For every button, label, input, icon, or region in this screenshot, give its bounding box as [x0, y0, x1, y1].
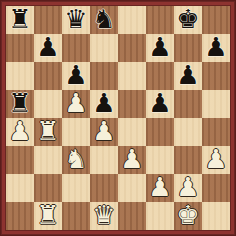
square-f5[interactable]: ♟	[146, 90, 174, 118]
square-h1[interactable]	[202, 202, 230, 230]
black-pawn-b7: ♟	[36, 34, 59, 61]
square-c1[interactable]	[62, 202, 90, 230]
square-c6[interactable]: ♟	[62, 62, 90, 90]
square-g7[interactable]	[174, 34, 202, 62]
white-pawn-f2: ♟	[148, 174, 171, 201]
square-b7[interactable]: ♟	[34, 34, 62, 62]
square-f8[interactable]	[146, 6, 174, 34]
square-f6[interactable]	[146, 62, 174, 90]
square-f7[interactable]: ♟	[146, 34, 174, 62]
square-d3[interactable]	[90, 146, 118, 174]
white-pawn-d4: ♟	[92, 118, 115, 145]
square-d4[interactable]: ♟	[90, 118, 118, 146]
square-a4[interactable]: ♟	[6, 118, 34, 146]
square-e5[interactable]	[118, 90, 146, 118]
square-a6[interactable]	[6, 62, 34, 90]
chess-board-frame: ♜♛♞♚♟♟♟♟♟♜♟♟♟♟♜♟♞♟♟♟♟♜♛♚	[0, 0, 236, 236]
white-king-g1: ♚	[176, 202, 199, 229]
square-d2[interactable]	[90, 174, 118, 202]
white-pawn-g2: ♟	[176, 174, 199, 201]
square-g5[interactable]	[174, 90, 202, 118]
square-b2[interactable]	[34, 174, 62, 202]
square-e1[interactable]	[118, 202, 146, 230]
square-a8[interactable]: ♜	[6, 6, 34, 34]
square-g6[interactable]: ♟	[174, 62, 202, 90]
square-a3[interactable]	[6, 146, 34, 174]
square-f1[interactable]	[146, 202, 174, 230]
square-g2[interactable]: ♟	[174, 174, 202, 202]
square-b4[interactable]: ♜	[34, 118, 62, 146]
white-pawn-h3: ♟	[204, 146, 227, 173]
chess-board: ♜♛♞♚♟♟♟♟♟♜♟♟♟♟♜♟♞♟♟♟♟♜♛♚	[6, 6, 230, 230]
square-e8[interactable]	[118, 6, 146, 34]
square-c7[interactable]	[62, 34, 90, 62]
square-c3[interactable]: ♞	[62, 146, 90, 174]
square-g8[interactable]: ♚	[174, 6, 202, 34]
square-a7[interactable]	[6, 34, 34, 62]
black-rook-a5: ♜	[8, 90, 31, 117]
white-pawn-c5: ♟	[64, 90, 87, 117]
square-a2[interactable]	[6, 174, 34, 202]
square-h2[interactable]	[202, 174, 230, 202]
black-pawn-h7: ♟	[204, 34, 227, 61]
square-e3[interactable]: ♟	[118, 146, 146, 174]
black-king-g8: ♚	[176, 6, 199, 33]
square-a5[interactable]: ♜	[6, 90, 34, 118]
square-c4[interactable]	[62, 118, 90, 146]
white-knight-c3: ♞	[64, 146, 87, 173]
white-pawn-a4: ♟	[8, 118, 31, 145]
white-rook-b4: ♜	[36, 118, 59, 145]
black-pawn-c6: ♟	[64, 62, 87, 89]
black-rook-a8: ♜	[8, 6, 31, 33]
white-queen-d1: ♛	[92, 202, 115, 229]
square-d7[interactable]	[90, 34, 118, 62]
square-e4[interactable]	[118, 118, 146, 146]
square-g1[interactable]: ♚	[174, 202, 202, 230]
square-h6[interactable]	[202, 62, 230, 90]
square-b8[interactable]	[34, 6, 62, 34]
square-b5[interactable]	[34, 90, 62, 118]
square-d1[interactable]: ♛	[90, 202, 118, 230]
square-a1[interactable]	[6, 202, 34, 230]
square-h3[interactable]: ♟	[202, 146, 230, 174]
square-e2[interactable]	[118, 174, 146, 202]
square-d6[interactable]	[90, 62, 118, 90]
square-h4[interactable]	[202, 118, 230, 146]
black-pawn-f7: ♟	[148, 34, 171, 61]
black-pawn-g6: ♟	[176, 62, 199, 89]
square-h5[interactable]	[202, 90, 230, 118]
square-f2[interactable]: ♟	[146, 174, 174, 202]
black-pawn-d5: ♟	[92, 90, 115, 117]
square-g3[interactable]	[174, 146, 202, 174]
square-c2[interactable]	[62, 174, 90, 202]
square-h7[interactable]: ♟	[202, 34, 230, 62]
square-g4[interactable]	[174, 118, 202, 146]
square-c5[interactable]: ♟	[62, 90, 90, 118]
square-d8[interactable]: ♞	[90, 6, 118, 34]
square-c8[interactable]: ♛	[62, 6, 90, 34]
black-knight-d8: ♞	[92, 6, 115, 33]
black-queen-c8: ♛	[64, 6, 87, 33]
white-rook-b1: ♜	[36, 202, 59, 229]
square-h8[interactable]	[202, 6, 230, 34]
square-b6[interactable]	[34, 62, 62, 90]
square-d5[interactable]: ♟	[90, 90, 118, 118]
square-e6[interactable]	[118, 62, 146, 90]
square-f4[interactable]	[146, 118, 174, 146]
white-pawn-e3: ♟	[120, 146, 143, 173]
square-b3[interactable]	[34, 146, 62, 174]
square-e7[interactable]	[118, 34, 146, 62]
square-f3[interactable]	[146, 146, 174, 174]
square-b1[interactable]: ♜	[34, 202, 62, 230]
black-pawn-f5: ♟	[148, 90, 171, 117]
